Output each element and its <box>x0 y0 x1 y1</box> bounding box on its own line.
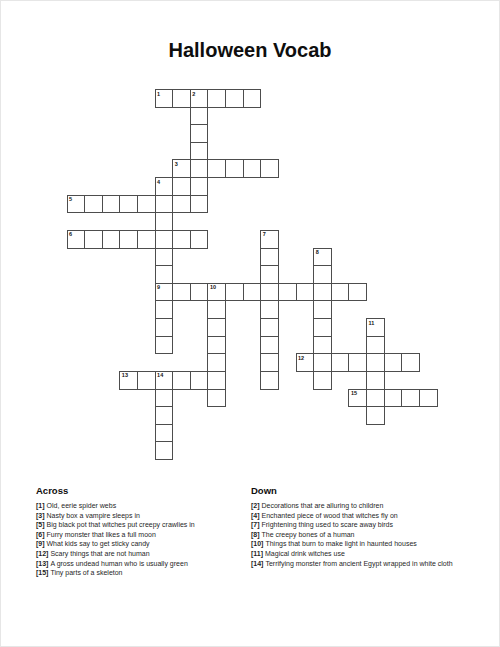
clue-item-10: [10] Things that burn to make light in h… <box>251 539 491 549</box>
grid-cell-r2c7[interactable] <box>190 124 209 143</box>
cell-number: 15 <box>351 390 357 396</box>
grid-cell-r17c8[interactable] <box>207 389 226 408</box>
grid-cell-r4c8[interactable] <box>207 159 226 178</box>
grid-cell-r0c9[interactable] <box>225 89 244 108</box>
grid-cell-r5c5[interactable]: 4 <box>155 177 174 196</box>
grid-cell-r6c1[interactable] <box>84 195 103 214</box>
grid-cell-r6c4[interactable] <box>137 195 156 214</box>
clue-text: Magical drink witches use <box>265 550 345 557</box>
grid-cell-r8c6[interactable] <box>172 230 191 249</box>
grid-cell-r8c3[interactable] <box>119 230 138 249</box>
clue-number: [10] <box>251 540 265 547</box>
clue-item-6: [6] Furry monster that likes a full moon <box>36 530 246 540</box>
grid-cell-r8c0[interactable]: 6 <box>67 230 86 249</box>
grid-cell-r17c19[interactable] <box>401 389 420 408</box>
cell-number: 14 <box>157 372 163 378</box>
cell-number: 6 <box>69 231 72 237</box>
grid-cell-r10c11[interactable] <box>260 265 279 284</box>
clue-number: [8] <box>251 531 262 538</box>
grid-cell-r17c16[interactable]: 15 <box>348 389 367 408</box>
grid-cell-r11c14[interactable] <box>313 283 332 302</box>
clue-item-12: [12] Scary things that are not human <box>36 549 246 559</box>
grid-cell-r9c14[interactable]: 8 <box>313 248 332 267</box>
grid-cell-r11c6[interactable] <box>172 283 191 302</box>
grid-cell-r3c7[interactable] <box>190 142 209 161</box>
clue-item-1: [1] Old, eerie spider webs <box>36 501 246 511</box>
grid-cell-r8c4[interactable] <box>137 230 156 249</box>
cell-number: 12 <box>298 355 304 361</box>
clue-text: Tiny parts of a skeleton <box>50 569 122 576</box>
grid-cell-r15c11[interactable] <box>260 353 279 372</box>
clue-item-9: [9] What kids say to get sticky candy <box>36 539 246 549</box>
grid-cell-r14c14[interactable] <box>313 336 332 355</box>
clue-text: Old, eerie spider webs <box>47 502 117 509</box>
grid-cell-r11c9[interactable] <box>225 283 244 302</box>
grid-cell-r15c14[interactable] <box>313 353 332 372</box>
down-clues-section: Down [2] Decorations that are alluring t… <box>251 485 491 568</box>
grid-cell-r4c7[interactable] <box>190 159 209 178</box>
clue-number: [12] <box>36 550 50 557</box>
crossword-grid: 123495678101112131415 <box>67 89 439 461</box>
grid-cell-r12c14[interactable] <box>313 300 332 319</box>
grid-cell-r6c2[interactable] <box>102 195 121 214</box>
grid-cell-r0c7[interactable]: 2 <box>190 89 209 108</box>
cell-number: 4 <box>157 179 160 185</box>
clue-text: A gross undead human who is usually gree… <box>50 560 187 567</box>
clue-item-3: [3] Nasty box a vampire sleeps in <box>36 511 246 521</box>
grid-cell-r0c6[interactable] <box>172 89 191 108</box>
grid-cell-r16c5[interactable]: 14 <box>155 371 174 390</box>
clue-number: [15] <box>36 569 50 576</box>
clue-item-7: [7] Frightening thing used to scare away… <box>251 520 491 530</box>
clue-text: Nasty box a vampire sleeps in <box>47 512 140 519</box>
down-header: Down <box>251 485 491 496</box>
clue-item-8: [8] The creepy bones of a human <box>251 530 491 540</box>
grid-cell-r15c16[interactable] <box>348 353 367 372</box>
grid-cell-r18c17[interactable] <box>366 406 385 425</box>
grid-cell-r15c19[interactable] <box>401 353 420 372</box>
grid-cell-r10c5[interactable] <box>155 265 174 284</box>
grid-cell-r0c8[interactable] <box>207 89 226 108</box>
grid-cell-r4c6[interactable]: 3 <box>172 159 191 178</box>
grid-cell-r13c17[interactable]: 11 <box>366 318 385 337</box>
grid-cell-r11c10[interactable] <box>243 283 262 302</box>
grid-cell-r14c8[interactable] <box>207 336 226 355</box>
grid-cell-r14c17[interactable] <box>366 336 385 355</box>
grid-cell-r8c1[interactable] <box>84 230 103 249</box>
clue-text: What kids say to get sticky candy <box>47 540 150 547</box>
grid-cell-r17c20[interactable] <box>419 389 438 408</box>
clue-item-11: [11] Magical drink witches use <box>251 549 491 559</box>
grid-cell-r8c7[interactable] <box>190 230 209 249</box>
clue-text: The creepy bones of a human <box>262 531 355 538</box>
grid-cell-r11c15[interactable] <box>331 283 350 302</box>
clue-text: Enchanted piece of wood that witches fly… <box>262 512 398 519</box>
grid-cell-r15c15[interactable] <box>331 353 350 372</box>
clue-text: Things that burn to make light in haunte… <box>265 540 416 547</box>
puzzle-page: Halloween Vocab 123495678101112131415 Ac… <box>0 0 500 647</box>
clue-number: [1] <box>36 502 47 509</box>
clue-number: [4] <box>251 512 262 519</box>
grid-cell-r20c5[interactable] <box>155 441 174 460</box>
clue-number: [2] <box>251 502 262 509</box>
grid-cell-r4c11[interactable] <box>260 159 279 178</box>
grid-cell-r17c17[interactable] <box>366 389 385 408</box>
grid-cell-r11c16[interactable] <box>348 283 367 302</box>
grid-cell-r12c8[interactable] <box>207 300 226 319</box>
grid-cell-r14c5[interactable] <box>155 336 174 355</box>
clue-item-15: [15] Tiny parts of a skeleton <box>36 568 246 578</box>
grid-cell-r12c5[interactable] <box>155 300 174 319</box>
grid-cell-r16c8[interactable] <box>207 371 226 390</box>
cell-number: 10 <box>210 284 216 290</box>
grid-cell-r11c12[interactable] <box>278 283 297 302</box>
grid-cell-r9c5[interactable] <box>155 248 174 267</box>
grid-cell-r15c8[interactable] <box>207 353 226 372</box>
grid-cell-r8c2[interactable] <box>102 230 121 249</box>
grid-cell-r11c13[interactable] <box>296 283 315 302</box>
down-clue-list: [2] Decorations that are alluring to chi… <box>251 501 491 568</box>
clue-text: Frightening thing used to scare away bir… <box>262 521 394 528</box>
clue-item-2: [2] Decorations that are alluring to chi… <box>251 501 491 511</box>
grid-cell-r16c17[interactable] <box>366 371 385 390</box>
grid-cell-r6c6[interactable] <box>172 195 191 214</box>
cell-number: 2 <box>192 91 195 97</box>
grid-cell-r10c14[interactable] <box>313 265 332 284</box>
grid-cell-r11c7[interactable] <box>190 283 209 302</box>
clue-number: [5] <box>36 521 47 528</box>
across-clue-list: [1] Old, eerie spider webs[3] Nasty box … <box>36 501 246 578</box>
clue-text: Decorations that are alluring to childre… <box>262 502 384 509</box>
grid-cell-r12c11[interactable] <box>260 300 279 319</box>
grid-cell-r16c6[interactable] <box>172 371 191 390</box>
clue-number: [9] <box>36 540 47 547</box>
grid-cell-r17c5[interactable] <box>155 389 174 408</box>
grid-cell-r7c5[interactable] <box>155 212 174 231</box>
grid-cell-r0c10[interactable] <box>243 89 262 108</box>
cell-number: 8 <box>316 249 319 255</box>
grid-cell-r1c7[interactable] <box>190 107 209 126</box>
grid-cell-r9c11[interactable] <box>260 248 279 267</box>
clue-item-4: [4] Enchanted piece of wood that witches… <box>251 511 491 521</box>
cell-number: 3 <box>175 161 178 167</box>
clue-number: [13] <box>36 560 50 567</box>
grid-cell-r11c11[interactable] <box>260 283 279 302</box>
cell-number: 7 <box>263 231 266 237</box>
clue-item-5: [5] Big black pot that witches put creep… <box>36 520 246 530</box>
cell-number: 1 <box>157 91 160 97</box>
clue-text: Scary things that are not human <box>50 550 149 557</box>
grid-cell-r6c5[interactable] <box>155 195 174 214</box>
grid-cell-r5c7[interactable] <box>190 177 209 196</box>
grid-cell-r16c14[interactable] <box>313 371 332 390</box>
grid-cell-r8c11[interactable]: 7 <box>260 230 279 249</box>
grid-cell-r15c13[interactable]: 12 <box>296 353 315 372</box>
grid-cell-r15c17[interactable] <box>366 353 385 372</box>
grid-cell-r6c7[interactable] <box>190 195 209 214</box>
grid-cell-r13c5[interactable] <box>155 318 174 337</box>
grid-cell-r4c9[interactable] <box>225 159 244 178</box>
grid-cell-r14c11[interactable] <box>260 336 279 355</box>
clue-text: Terrifying monster from ancient Egypt wr… <box>265 560 452 567</box>
clue-number: [14] <box>251 560 265 567</box>
grid-cell-r16c3[interactable]: 13 <box>119 371 138 390</box>
grid-cell-r13c14[interactable] <box>313 318 332 337</box>
grid-cell-r11c8[interactable]: 10 <box>207 283 226 302</box>
grid-cell-r16c7[interactable] <box>190 371 209 390</box>
cell-number: 9 <box>157 284 160 290</box>
grid-cell-r16c4[interactable] <box>137 371 156 390</box>
clue-item-13: [13] A gross undead human who is usually… <box>36 559 246 569</box>
grid-cell-r11c5[interactable]: 9 <box>155 283 174 302</box>
page-title: Halloween Vocab <box>1 40 499 60</box>
cell-number: 11 <box>369 320 375 326</box>
grid-cell-r15c18[interactable] <box>384 353 403 372</box>
grid-cell-r17c18[interactable] <box>384 389 403 408</box>
grid-cell-r18c5[interactable] <box>155 406 174 425</box>
clue-number: [7] <box>251 521 262 528</box>
clue-text: Big black pot that witches put creepy cr… <box>47 521 195 528</box>
grid-cell-r6c3[interactable] <box>119 195 138 214</box>
grid-cell-r19c5[interactable] <box>155 424 174 443</box>
clue-text: Furry monster that likes a full moon <box>47 531 156 538</box>
grid-cell-r8c5[interactable] <box>155 230 174 249</box>
cell-number: 5 <box>69 196 72 202</box>
grid-cell-r6c0[interactable]: 5 <box>67 195 86 214</box>
grid-cell-r0c5[interactable]: 1 <box>155 89 174 108</box>
clue-number: [6] <box>36 531 47 538</box>
grid-cell-r16c11[interactable] <box>260 371 279 390</box>
grid-cell-r4c10[interactable] <box>243 159 262 178</box>
clue-number: [11] <box>251 550 265 557</box>
grid-cell-r13c8[interactable] <box>207 318 226 337</box>
across-header: Across <box>36 485 246 496</box>
across-clues-section: Across [1] Old, eerie spider webs[3] Nas… <box>36 485 246 578</box>
grid-cell-r13c11[interactable] <box>260 318 279 337</box>
cell-number: 13 <box>122 372 128 378</box>
clue-item-14: [14] Terrifying monster from ancient Egy… <box>251 559 491 569</box>
clue-number: [3] <box>36 512 47 519</box>
